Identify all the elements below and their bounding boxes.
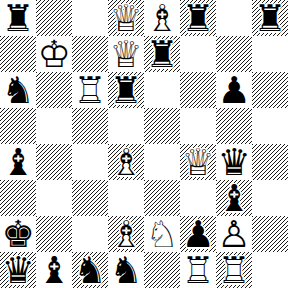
square-f5[interactable]	[180, 108, 216, 144]
black-rook-icon: ♜	[144, 36, 180, 72]
white-bishop-d4[interactable]: ♝♗	[108, 144, 144, 180]
square-b4[interactable]	[36, 144, 72, 180]
black-rook-f8[interactable]: ♜♜	[180, 0, 216, 36]
square-c2[interactable]	[72, 216, 108, 252]
black-bishop-icon: ♝	[216, 180, 252, 216]
white-rook-icon: ♖	[72, 72, 108, 108]
square-g1[interactable]: ♜♖	[216, 252, 252, 288]
chess-board: ♜♜♛♕♝♗♜♜♜♜♚♔♛♕♜♜♞♞♜♖♜♜♟♟♝♝♝♗♛♕♛♛♝♝♚♚♝♗♞♘…	[0, 0, 288, 288]
square-f8[interactable]: ♜♜	[180, 0, 216, 36]
square-e1[interactable]	[144, 252, 180, 288]
white-queen-d7[interactable]: ♛♕	[108, 36, 144, 72]
black-rook-a8[interactable]: ♜♜	[0, 0, 36, 36]
square-d4[interactable]: ♝♗	[108, 144, 144, 180]
white-rook-g1[interactable]: ♜♖	[216, 252, 252, 288]
white-bishop-icon: ♗	[108, 216, 144, 252]
square-h7[interactable]	[252, 36, 288, 72]
white-rook-icon: ♖	[180, 252, 216, 288]
square-e8[interactable]: ♝♗	[144, 0, 180, 36]
white-queen-icon: ♕	[108, 0, 144, 36]
black-rook-e7[interactable]: ♜♜	[144, 36, 180, 72]
black-rook-icon: ♜	[180, 0, 216, 36]
black-rook-icon: ♜	[108, 72, 144, 108]
square-f6[interactable]	[180, 72, 216, 108]
square-d3[interactable]	[108, 180, 144, 216]
square-f2[interactable]: ♟♟	[180, 216, 216, 252]
square-d2[interactable]: ♝♗	[108, 216, 144, 252]
square-h3[interactable]	[252, 180, 288, 216]
square-h4[interactable]	[252, 144, 288, 180]
square-g4[interactable]: ♛♛	[216, 144, 252, 180]
square-h2[interactable]	[252, 216, 288, 252]
square-a5[interactable]	[0, 108, 36, 144]
black-pawn-icon: ♟	[216, 72, 252, 108]
white-queen-icon: ♕	[108, 36, 144, 72]
white-bishop-icon: ♗	[108, 144, 144, 180]
black-knight-icon: ♞	[72, 252, 108, 288]
black-bishop-icon: ♝	[36, 252, 72, 288]
square-c5[interactable]	[72, 108, 108, 144]
square-a1[interactable]: ♛♛	[0, 252, 36, 288]
square-e4[interactable]	[144, 144, 180, 180]
black-bishop-icon: ♝	[0, 144, 36, 180]
square-b7[interactable]: ♚♔	[36, 36, 72, 72]
black-pawn-icon: ♟	[180, 216, 216, 252]
black-knight-icon: ♞	[0, 72, 36, 108]
black-queen-icon: ♛	[0, 252, 36, 288]
black-king-icon: ♚	[0, 216, 36, 252]
white-bishop-e8[interactable]: ♝♗	[144, 0, 180, 36]
square-f1[interactable]: ♜♖	[180, 252, 216, 288]
square-h1[interactable]	[252, 252, 288, 288]
square-g7[interactable]	[216, 36, 252, 72]
square-e2[interactable]: ♞♘	[144, 216, 180, 252]
square-b8[interactable]	[36, 0, 72, 36]
black-pawn-f2[interactable]: ♟♟	[180, 216, 216, 252]
black-knight-d1[interactable]: ♞♞	[108, 252, 144, 288]
white-pawn-g2[interactable]: ♟♙	[216, 216, 252, 252]
black-queen-g4[interactable]: ♛♛	[216, 144, 252, 180]
square-c8[interactable]	[72, 0, 108, 36]
white-king-icon: ♔	[36, 36, 72, 72]
square-c4[interactable]	[72, 144, 108, 180]
square-c7[interactable]	[72, 36, 108, 72]
square-d8[interactable]: ♛♕	[108, 0, 144, 36]
square-f3[interactable]	[180, 180, 216, 216]
square-a7[interactable]	[0, 36, 36, 72]
square-a3[interactable]	[0, 180, 36, 216]
black-knight-c1[interactable]: ♞♞	[72, 252, 108, 288]
square-g2[interactable]: ♟♙	[216, 216, 252, 252]
square-g3[interactable]: ♝♝	[216, 180, 252, 216]
white-bishop-d2[interactable]: ♝♗	[108, 216, 144, 252]
square-a4[interactable]: ♝♝	[0, 144, 36, 180]
white-king-b7[interactable]: ♚♔	[36, 36, 72, 72]
square-b1[interactable]: ♝♝	[36, 252, 72, 288]
white-queen-d8[interactable]: ♛♕	[108, 0, 144, 36]
white-queen-f4[interactable]: ♛♕	[180, 144, 216, 180]
square-d5[interactable]	[108, 108, 144, 144]
white-rook-icon: ♖	[216, 252, 252, 288]
square-e7[interactable]: ♜♜	[144, 36, 180, 72]
white-rook-c6[interactable]: ♜♖	[72, 72, 108, 108]
square-e6[interactable]	[144, 72, 180, 108]
square-g8[interactable]	[216, 0, 252, 36]
square-d6[interactable]: ♜♜	[108, 72, 144, 108]
square-b6[interactable]	[36, 72, 72, 108]
square-h6[interactable]	[252, 72, 288, 108]
black-knight-icon: ♞	[108, 252, 144, 288]
square-a8[interactable]: ♜♜	[0, 0, 36, 36]
square-e5[interactable]	[144, 108, 180, 144]
square-f4[interactable]: ♛♕	[180, 144, 216, 180]
black-rook-icon: ♜	[0, 0, 36, 36]
square-d1[interactable]: ♞♞	[108, 252, 144, 288]
white-knight-icon: ♘	[144, 216, 180, 252]
square-c6[interactable]: ♜♖	[72, 72, 108, 108]
square-b5[interactable]	[36, 108, 72, 144]
black-king-a2[interactable]: ♚♚	[0, 216, 36, 252]
square-e3[interactable]	[144, 180, 180, 216]
square-b3[interactable]	[36, 180, 72, 216]
white-knight-e2[interactable]: ♞♘	[144, 216, 180, 252]
square-c1[interactable]: ♞♞	[72, 252, 108, 288]
black-rook-d6[interactable]: ♜♜	[108, 72, 144, 108]
square-g6[interactable]: ♟♟	[216, 72, 252, 108]
white-pawn-icon: ♙	[216, 216, 252, 252]
square-a2[interactable]: ♚♚	[0, 216, 36, 252]
black-knight-a6[interactable]: ♞♞	[0, 72, 36, 108]
black-rook-icon: ♜	[252, 0, 288, 36]
white-queen-icon: ♕	[180, 144, 216, 180]
black-bishop-a4[interactable]: ♝♝	[0, 144, 36, 180]
black-queen-icon: ♛	[216, 144, 252, 180]
square-b2[interactable]	[36, 216, 72, 252]
square-a6[interactable]: ♞♞	[0, 72, 36, 108]
black-queen-a1[interactable]: ♛♛	[0, 252, 36, 288]
square-h8[interactable]: ♜♜	[252, 0, 288, 36]
white-bishop-icon: ♗	[144, 0, 180, 36]
black-bishop-b1[interactable]: ♝♝	[36, 252, 72, 288]
white-rook-f1[interactable]: ♜♖	[180, 252, 216, 288]
black-pawn-g6[interactable]: ♟♟	[216, 72, 252, 108]
black-bishop-g3[interactable]: ♝♝	[216, 180, 252, 216]
square-c3[interactable]	[72, 180, 108, 216]
square-d7[interactable]: ♛♕	[108, 36, 144, 72]
square-h5[interactable]	[252, 108, 288, 144]
square-g5[interactable]	[216, 108, 252, 144]
square-f7[interactable]	[180, 36, 216, 72]
black-rook-h8[interactable]: ♜♜	[252, 0, 288, 36]
